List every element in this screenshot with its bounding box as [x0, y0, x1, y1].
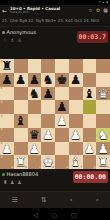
square-c3[interactable]: ♛ [28, 128, 42, 142]
move-back-icon[interactable]: ‹ [70, 192, 73, 208]
white-pawn-a2[interactable]: ♟ [0, 142, 14, 156]
black-pawn-b7[interactable]: ♟ [14, 73, 28, 87]
rank-coordinate: 1 [1, 156, 3, 159]
black-pawn-e5[interactable]: ♟ [55, 100, 69, 114]
square-a7[interactable]: 7♟ [0, 73, 14, 87]
move-list[interactable]: 21. Qh6 Bg6 22. Ng5 Bb4+ 23. Kd1 Qc3 24.… [0, 15, 110, 27]
square-b2[interactable] [14, 142, 28, 156]
black-pawn-a7[interactable]: ♟ [0, 73, 14, 87]
white-pawn-d3[interactable]: ♟ [41, 128, 55, 142]
back-arrow-icon[interactable]: ← [2, 7, 10, 14]
square-d4[interactable] [41, 114, 55, 128]
square-c4[interactable] [28, 114, 42, 128]
square-d3[interactable]: ♟ [41, 128, 55, 142]
white-bishop-f1[interactable]: ♝ [69, 155, 83, 169]
square-c7[interactable]: ♟ [28, 73, 42, 87]
flip-board-icon[interactable]: ⇅ [41, 192, 47, 208]
square-h6[interactable]: ♛ [96, 87, 110, 101]
black-knight-c6[interactable]: ♞ [28, 87, 42, 101]
android-back-icon[interactable]: ◁ [33, 208, 38, 220]
square-f2[interactable] [69, 142, 83, 156]
android-nav-bar: ◁○□ [0, 208, 110, 220]
menu-icon[interactable]: ☰ [12, 192, 18, 208]
game-title-block: 10+0 • Rapid • Casual hace 21 min [10, 7, 88, 14]
top-player-block: Anonymous ♘ ♗ ♙ 00:03.7 [0, 27, 110, 59]
square-c5[interactable] [28, 100, 42, 114]
square-c1[interactable]: c [28, 155, 42, 169]
square-e7[interactable]: ♚ [55, 73, 69, 87]
square-f6[interactable] [69, 87, 83, 101]
square-b6[interactable] [14, 87, 28, 101]
square-h7[interactable] [96, 73, 110, 87]
game-subtitle: hace 21 min [10, 11, 88, 14]
square-f8[interactable] [69, 59, 83, 73]
square-a8[interactable]: 8♜ [0, 59, 14, 73]
bottom-player-name: Hasan88804 [7, 172, 39, 177]
square-c6[interactable]: ♞ [28, 87, 42, 101]
move-forward-icon[interactable]: › [96, 192, 99, 208]
square-h5[interactable] [96, 100, 110, 114]
game-toolbar: ☰⇅‹› [0, 191, 110, 208]
android-recents-icon[interactable]: □ [71, 208, 77, 220]
square-e6[interactable] [55, 87, 69, 101]
square-d7[interactable]: ♞ [41, 73, 55, 87]
white-pawn-f3[interactable]: ♟ [69, 128, 83, 142]
square-b5[interactable] [14, 100, 28, 114]
square-f1[interactable]: f♝ [69, 155, 83, 169]
square-g7[interactable] [83, 73, 97, 87]
square-f3[interactable]: ♟ [69, 128, 83, 142]
chess-board: 8♜7♟♟♟♞♚♟6♞♟♝♛5♟4♝♟3♛♟♟♞2♟♟♟♟1ab♜cd♚ef♝g… [0, 59, 110, 169]
square-e3[interactable] [55, 128, 69, 142]
white-king-d1[interactable]: ♚ [41, 155, 55, 169]
square-b4[interactable]: ♝ [14, 114, 28, 128]
square-g1[interactable]: g [83, 155, 97, 169]
black-pawn-d6[interactable]: ♟ [41, 87, 55, 101]
analysis-board-icon[interactable]: ▦ [103, 5, 108, 15]
square-c8[interactable] [28, 59, 42, 73]
offline-dot-icon [2, 31, 5, 34]
square-e5[interactable]: ♟ [55, 100, 69, 114]
square-b3[interactable] [14, 128, 28, 142]
square-g4[interactable] [83, 114, 97, 128]
square-h2[interactable]: ♟ [96, 142, 110, 156]
black-rook-a8[interactable]: ♜ [0, 59, 14, 73]
square-h3[interactable]: ♞ [96, 128, 110, 142]
square-b7[interactable]: ♟ [14, 73, 28, 87]
app-bar: ← 10+0 • Rapid • Casual hace 21 min ☆⚙▦ [0, 5, 110, 15]
black-pawn-f7[interactable]: ♟ [69, 73, 83, 87]
black-king-e7[interactable]: ♚ [55, 73, 69, 87]
black-knight-d7[interactable]: ♞ [41, 73, 55, 87]
square-a2[interactable]: 2♟ [0, 142, 14, 156]
white-knight-h3[interactable]: ♞ [96, 128, 110, 142]
square-f5[interactable] [69, 100, 83, 114]
square-d8[interactable] [41, 59, 55, 73]
bookmark-star-icon[interactable]: ☆ [88, 5, 92, 15]
square-a4[interactable]: 4 [0, 114, 14, 128]
rank-coordinate: 3 [1, 128, 3, 131]
square-f4[interactable] [69, 114, 83, 128]
android-home-icon[interactable]: ○ [52, 208, 57, 220]
square-d2[interactable] [41, 142, 55, 156]
top-player-clock: 00:03.7 [77, 31, 108, 43]
white-rook-h1[interactable]: ♜ [96, 155, 110, 169]
square-b1[interactable]: b♜ [14, 155, 28, 169]
bottom-player-clock: 00:00.00 [73, 171, 108, 183]
square-e8[interactable] [55, 59, 69, 73]
top-player-name: Anonymous [7, 30, 36, 35]
square-e2[interactable] [55, 142, 69, 156]
white-rook-b1[interactable]: ♜ [14, 155, 28, 169]
square-d6[interactable]: ♟ [41, 87, 55, 101]
white-pawn-c2[interactable]: ♟ [28, 142, 42, 156]
square-g3[interactable] [83, 128, 97, 142]
square-c2[interactable]: ♟ [28, 142, 42, 156]
white-queen-h6[interactable]: ♛ [96, 87, 110, 101]
settings-gear-icon[interactable]: ⚙ [96, 5, 100, 15]
rank-coordinate: 4 [1, 115, 3, 118]
black-bishop-g6[interactable]: ♝ [83, 87, 97, 101]
white-pawn-h2[interactable]: ♟ [96, 142, 110, 156]
square-g6[interactable]: ♝ [83, 87, 97, 101]
bottom-player-block: Hasan88804 ♜ ♟ ♟ 00:00.00 [0, 169, 110, 191]
online-dot-icon [2, 173, 5, 176]
square-h8[interactable] [96, 59, 110, 73]
square-d1[interactable]: d♚ [41, 155, 55, 169]
app-bar-icons: ☆⚙▦ [88, 5, 108, 15]
square-h1[interactable]: h♜ [96, 155, 110, 169]
square-e4[interactable]: ♟ [55, 114, 69, 128]
black-queen-c3[interactable]: ♛ [28, 128, 42, 142]
square-a5[interactable]: 5 [0, 100, 14, 114]
square-d5[interactable] [41, 100, 55, 114]
app-screen: ·▾▴▮ ← 10+0 • Rapid • Casual hace 21 min… [0, 0, 110, 220]
white-pawn-g2[interactable]: ♟ [83, 142, 97, 156]
square-g2[interactable]: ♟ [83, 142, 97, 156]
square-g8[interactable] [83, 59, 97, 73]
black-pawn-c7[interactable]: ♟ [28, 73, 42, 87]
square-a1[interactable]: 1a [0, 155, 14, 169]
square-h4[interactable] [96, 114, 110, 128]
rank-coordinate: 6 [1, 87, 3, 90]
square-g5[interactable] [83, 100, 97, 114]
square-f7[interactable]: ♟ [69, 73, 83, 87]
square-a6[interactable]: 6 [0, 87, 14, 101]
square-e1[interactable]: e [55, 155, 69, 169]
white-pawn-e4[interactable]: ♟ [55, 114, 69, 128]
square-b8[interactable] [14, 59, 28, 73]
rank-coordinate: 5 [1, 101, 3, 104]
square-a3[interactable]: 3 [0, 128, 14, 142]
black-bishop-b4[interactable]: ♝ [14, 114, 28, 128]
